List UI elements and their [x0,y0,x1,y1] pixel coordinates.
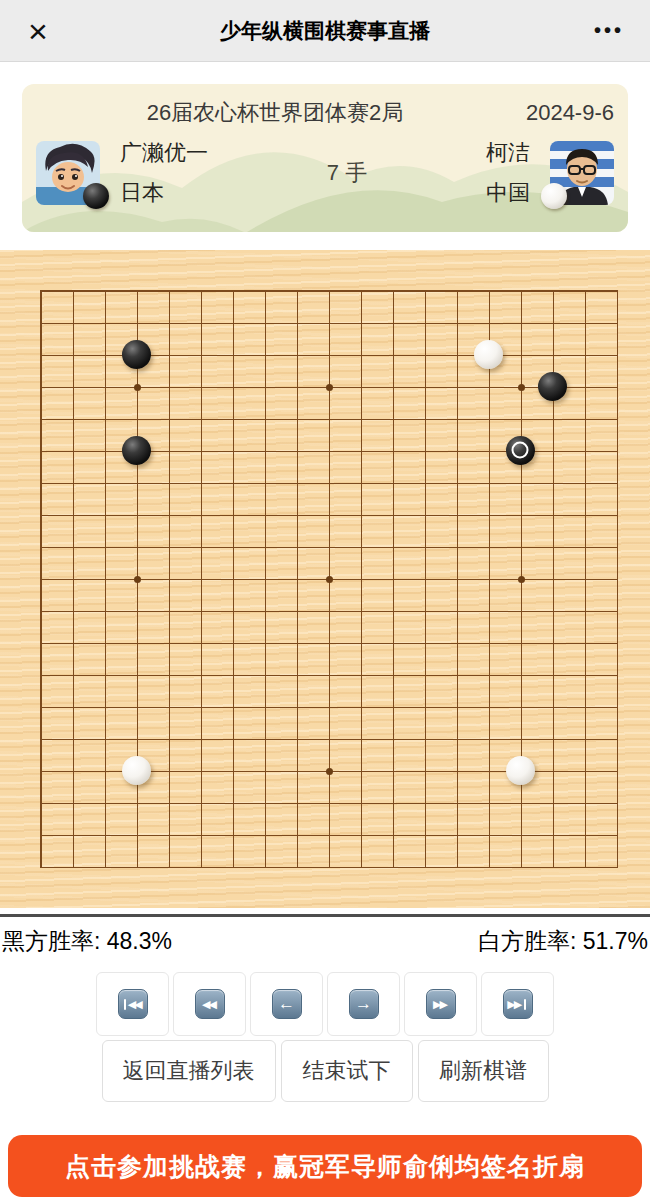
step-forward-icon: → [349,989,379,1019]
white-stone [474,340,503,369]
refresh-kifu-button[interactable]: 刷新棋谱 [418,1040,549,1102]
promo-banner-text: 点击参加挑战赛，赢冠军导师俞俐均签名折扇 [65,1150,585,1183]
back-to-live-list-button[interactable]: 返回直播列表 [102,1040,276,1102]
step-backward-icon: ← [272,989,302,1019]
white-stone [122,756,151,785]
white-player-avatar [550,141,614,205]
page-title: 少年纵横围棋赛事直播 [0,17,650,45]
black-stone [122,436,151,465]
black-player-name: 广濑优一 [120,138,208,168]
black-player-country: 日本 [120,178,164,208]
board-stones-grid [24,274,632,882]
fast-backward-button[interactable]: ◀◀ [173,972,246,1036]
black-stone-last-move [506,436,535,465]
fast-backward-icon: ◀◀ [195,989,225,1019]
divider-line [0,914,650,917]
step-forward-button[interactable]: → [327,972,400,1036]
winrate-row: 黑方胜率: 48.3% 白方胜率: 51.7% [0,927,650,955]
white-winrate: 白方胜率: 51.7% [478,926,648,957]
fast-forward-icon: ▶▶ [426,989,456,1019]
white-player-country: 中国 [486,178,530,208]
more-menu-icon[interactable]: ••• [594,19,650,42]
step-backward-button[interactable]: ← [250,972,323,1036]
go-board[interactable] [0,250,650,908]
black-winrate: 黑方胜率: 48.3% [2,926,172,957]
black-player-avatar [36,141,100,205]
close-icon[interactable]: × [0,14,60,48]
white-player-name: 柯洁 [486,138,530,168]
header: × 少年纵横围棋赛事直播 ••• [0,0,650,62]
fast-forward-button[interactable]: ▶▶ [404,972,477,1036]
move-navigation: ◀◀◀◀←→▶▶▶▶ [0,972,650,1036]
black-stone [538,372,567,401]
action-buttons: 返回直播列表结束试下刷新棋谱 [0,1040,650,1102]
black-stone-indicator [83,183,109,209]
skip-to-first-icon: ◀◀ [118,989,148,1019]
white-stone [506,756,535,785]
end-trial-play-button[interactable]: 结束试下 [281,1040,413,1102]
match-info-card: 26届农心杯世界团体赛2局 2024-9-6 广濑优一 日本 [22,84,628,232]
black-stone [122,340,151,369]
match-date: 2024-9-6 [514,100,614,126]
match-title: 26届农心杯世界团体赛2局 [36,98,514,128]
skip-to-first-button[interactable]: ◀◀ [96,972,169,1036]
promo-banner[interactable]: 点击参加挑战赛，赢冠军导师俞俐均签名折扇 [8,1135,642,1197]
white-stone-indicator [541,183,567,209]
skip-to-last-icon: ▶▶ [503,989,533,1019]
skip-to-last-button[interactable]: ▶▶ [481,972,554,1036]
move-counter: 7 手 [327,158,367,188]
